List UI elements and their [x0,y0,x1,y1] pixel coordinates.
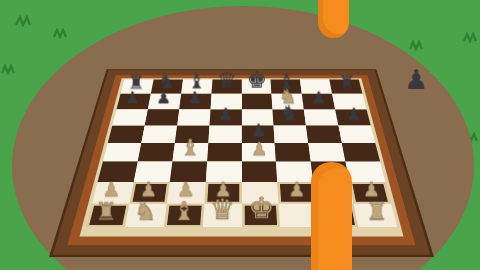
player-finger [311,162,352,270]
square-c4[interactable]: ♝ [172,143,208,162]
white-rook[interactable]: ♜ [87,199,126,224]
square-c6[interactable] [177,109,210,125]
square-h4[interactable] [342,143,380,162]
board-base: ♜♞♝♛♚♝♜♟♟♟♞♟♟♞♟♟♝♟♟♟♟♟♟♟♟♜♞♝♛♚♜ [79,78,403,236]
square-a4[interactable] [103,143,141,162]
black-pawn[interactable]: ♟ [117,90,148,107]
square-e1[interactable]: ♚ [242,203,281,227]
white-king[interactable]: ♚ [242,194,281,223]
square-c1[interactable]: ♝ [164,203,204,227]
black-knight[interactable]: ♞ [274,102,306,123]
square-b7[interactable]: ♟ [148,94,181,109]
black-pawn[interactable]: ♟ [179,90,210,107]
chess-board-frame: ♜♞♝♛♚♝♜♟♟♟♞♟♟♞♟♟♝♟♟♟♟♟♟♟♟♜♞♝♛♚♜ [49,69,434,257]
white-pawn[interactable]: ♟ [242,140,276,159]
square-h5[interactable] [338,125,375,142]
square-g6[interactable] [304,109,338,125]
square-b6[interactable] [145,109,179,125]
square-c7[interactable]: ♟ [179,94,211,109]
black-pawn[interactable]: ♟ [148,90,179,107]
white-queen[interactable]: ♛ [203,195,242,223]
square-f6[interactable]: ♞ [273,109,306,125]
game-scene: ♟ ♜♞♝♛♚♝♜♟♟♟♞♟♟♞♟♟♝♟♟♟♟♟♟♟♟♜♞♝♛♚♜ [0,0,480,270]
square-f5[interactable] [274,125,309,142]
captured-black-pawn: ♟ [404,66,428,93]
square-d1[interactable]: ♛ [203,203,242,227]
white-knight[interactable]: ♞ [125,198,164,224]
grass-tuft-icon [408,36,424,55]
black-queen[interactable]: ♛ [211,70,241,92]
grass-tuft-icon [462,28,478,47]
square-e4[interactable]: ♟ [242,143,277,162]
square-h1[interactable]: ♜ [354,203,398,227]
black-pawn[interactable]: ♟ [304,90,335,107]
square-d5[interactable] [208,125,241,142]
square-b5[interactable] [141,125,177,142]
white-bishop[interactable]: ♝ [164,198,203,224]
grass-tuft-icon [0,60,16,79]
square-a1[interactable]: ♜ [86,203,130,227]
black-king[interactable]: ♚ [242,69,272,92]
square-a7[interactable]: ♟ [117,94,151,109]
black-pawn[interactable]: ♟ [209,106,241,123]
square-b4[interactable] [138,143,175,162]
square-g7[interactable]: ♟ [302,94,335,109]
square-a5[interactable] [108,125,145,142]
square-h6[interactable]: ♟ [335,109,370,125]
square-d4[interactable] [207,143,242,162]
square-f4[interactable] [275,143,311,162]
square-d8[interactable]: ♛ [211,80,241,94]
square-d6[interactable]: ♟ [209,109,241,125]
white-rook[interactable]: ♜ [358,199,397,224]
grass-tuft-icon [52,24,68,43]
square-e7[interactable] [242,94,273,109]
opponent-finger [318,0,349,38]
square-e8[interactable]: ♚ [242,80,272,94]
black-pawn[interactable]: ♟ [338,106,370,123]
white-bishop[interactable]: ♝ [173,136,207,159]
square-g5[interactable] [306,125,342,142]
grass-tuft-icon [14,12,32,31]
square-b1[interactable]: ♞ [125,203,167,227]
black-rook[interactable]: ♜ [332,73,362,92]
square-g4[interactable] [308,143,345,162]
square-e3[interactable] [242,162,278,182]
square-a6[interactable] [112,109,147,125]
